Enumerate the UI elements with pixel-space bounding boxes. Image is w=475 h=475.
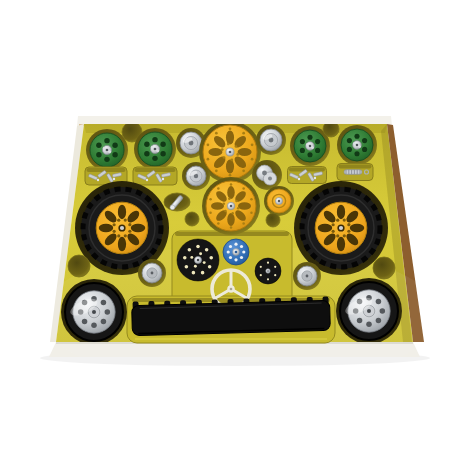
- empty-recess-3: [185, 212, 199, 226]
- road-wheel-left: [61, 279, 127, 345]
- empty-recess-4-detail: [266, 213, 280, 227]
- yellow-gear-large-1-detail: [226, 160, 234, 174]
- road-wheel-right: [336, 278, 402, 344]
- road-wheel-left-detail: [105, 309, 111, 315]
- green-pulley-2-detail: [154, 148, 157, 151]
- hardware-tray-spring-screws: [288, 167, 327, 184]
- kit-photo: [0, 0, 475, 475]
- big-tire-left-detail: [99, 224, 113, 232]
- green-pulley-2: [134, 128, 176, 170]
- green-pulley-3-detail: [309, 145, 312, 148]
- green-pulley-2-detail: [152, 137, 157, 142]
- hardware-tray-spring-detail: [339, 165, 372, 169]
- green-pulley-4-detail: [347, 138, 352, 143]
- gear-disc-blue-detail: [242, 250, 245, 253]
- gear-disc-blue-detail: [235, 251, 238, 254]
- flanged-disc-black-small-detail: [267, 262, 269, 264]
- big-tire-right-detail: [337, 205, 345, 219]
- green-pulley-3-detail: [307, 135, 312, 140]
- yellow-gear-large-2-detail: [227, 186, 235, 199]
- flanged-disc-black-large-detail: [203, 261, 206, 264]
- yellow-pulley-small-detail: [278, 200, 280, 202]
- hardware-tray-screws-detail: [113, 178, 115, 180]
- big-tire-right-detail: [343, 219, 346, 222]
- yellow-gear-large-1-detail: [238, 148, 252, 156]
- yellow-gear-large-1-detail: [242, 132, 245, 135]
- hardware-tray-spring-detail: [344, 170, 362, 175]
- road-wheel-right-detail: [376, 318, 382, 324]
- steering-wheel-detail: [230, 288, 233, 291]
- yellow-gear-large-1-detail: [207, 158, 210, 161]
- yellow-gear-large-2-detail: [223, 203, 226, 206]
- road-wheel-left-detail: [101, 319, 107, 325]
- gear-disc-blue-detail: [240, 256, 243, 259]
- big-tire-right-detail: [347, 230, 350, 233]
- road-wheel-right-detail: [357, 318, 363, 324]
- big-tire-right-detail: [347, 223, 350, 226]
- road-wheel-left-detail: [92, 310, 96, 314]
- yellow-gear-large-2-detail: [238, 202, 251, 210]
- empty-recess-6-detail: [373, 257, 395, 279]
- yellow-gear-large-1-detail: [208, 148, 222, 156]
- flanged-disc-black-large-detail: [205, 248, 209, 252]
- flanged-disc-black-small-detail: [274, 274, 276, 276]
- big-tire-left-detail: [113, 230, 116, 233]
- green-pulley-4: [337, 125, 377, 165]
- photo-stage: [0, 0, 475, 475]
- hardware-tray-spring: [337, 164, 373, 181]
- green-pulley-1-detail: [104, 157, 109, 162]
- green-pulley-2-detail: [152, 156, 157, 161]
- green-pulley-1-detail: [112, 152, 117, 157]
- yellow-gear-large-1-detail: [242, 169, 245, 172]
- big-tire-left-detail: [131, 224, 145, 232]
- green-pulley-4-detail: [356, 144, 359, 147]
- green-pulley-2-detail: [144, 142, 149, 147]
- big-tire-left-detail: [128, 223, 131, 226]
- empty-recess-6: [373, 257, 395, 279]
- big-tire-left-detail: [124, 219, 127, 222]
- green-pulley-3-detail: [300, 139, 305, 144]
- axle-pin-detail: [170, 205, 175, 210]
- yellow-gear-large-1-detail: [227, 143, 230, 146]
- green-pulley-3-detail: [307, 152, 312, 157]
- silver-pulley-right: [293, 262, 321, 290]
- green-pulley-4-detail: [347, 147, 352, 152]
- big-tire-left-detail: [117, 234, 120, 237]
- gear-disc-blue-detail: [234, 258, 237, 261]
- yellow-gear-large-2-detail: [235, 200, 238, 203]
- road-wheel-right-detail: [367, 309, 371, 313]
- road-wheel-right-detail: [380, 308, 386, 314]
- empty-recess-4: [266, 213, 280, 227]
- gear-disc-blue-detail: [227, 250, 230, 253]
- green-pulley-3-detail: [315, 139, 320, 144]
- flanged-disc-black-large-detail: [188, 248, 192, 252]
- yellow-gear-large-1-detail: [215, 132, 218, 135]
- green-pulley-1-detail: [104, 138, 109, 143]
- hardware-tray-clips-detail: [135, 168, 176, 172]
- yellow-gear-large-1-detail: [221, 148, 224, 151]
- yellow-gear-large-2-detail: [217, 222, 220, 225]
- yellow-pulley-small: [264, 186, 294, 216]
- flanged-disc-black-large-detail: [196, 245, 200, 249]
- yellow-gear-large-2-detail: [217, 187, 220, 190]
- gear-disc-blue-detail: [229, 245, 232, 248]
- yellow-gear-large-2-detail: [224, 210, 227, 213]
- big-tire-right-detail: [336, 219, 339, 222]
- big-tire-left-detail: [128, 230, 131, 233]
- yellow-gear-large-1-detail: [226, 130, 234, 144]
- hardware-tray-clips: [133, 167, 177, 185]
- big-tire-right-detail: [332, 223, 335, 226]
- green-pulley-3-detail: [315, 148, 320, 153]
- flanged-disc-black-large-detail: [209, 256, 213, 260]
- green-pulley-2-detail: [144, 151, 149, 156]
- road-wheel-right-detail: [366, 322, 372, 328]
- yellow-gear-large-2-detail: [230, 226, 233, 229]
- silver-pulley-left-detail: [151, 272, 154, 275]
- hardware-tray-clips-detail: [162, 178, 164, 180]
- empty-recess-3-detail: [185, 212, 199, 226]
- hardware-tray-screws-detail: [87, 168, 126, 172]
- road-wheel-left-detail: [82, 319, 88, 325]
- silver-pulley-left: [138, 259, 166, 287]
- yellow-gear-large-2: [202, 177, 260, 235]
- road-wheel-right-detail: [376, 299, 382, 305]
- flanged-disc-black-large-detail: [192, 271, 196, 275]
- yellow-gear-large-1-detail: [223, 156, 226, 159]
- yellow-gear-large-2-detail: [237, 207, 240, 210]
- green-pulley-3-detail: [300, 148, 305, 153]
- big-tire-right-detail: [336, 234, 339, 237]
- big-tire-right-detail: [337, 237, 345, 251]
- silver-pulley-right-detail: [306, 275, 309, 278]
- flanged-disc-black-large-detail: [201, 271, 205, 275]
- silver-nuts-detail: [268, 177, 272, 181]
- yellow-gear-large-1-detail: [215, 169, 218, 172]
- yellow-gear-large-2-detail: [230, 205, 233, 208]
- flanged-disc-black-large-detail: [185, 265, 189, 269]
- yellow-gear-large-1-detail: [207, 143, 210, 146]
- big-tire-left-detail: [118, 237, 126, 251]
- flanged-disc-black-small-detail: [267, 278, 269, 280]
- gear-disc-blue-detail: [240, 245, 243, 248]
- road-wheel-left-detail: [91, 323, 97, 329]
- yellow-gear-large-2-detail: [209, 211, 212, 214]
- green-pulley-4-detail: [354, 151, 359, 156]
- yellow-gear-large-1-detail: [229, 174, 232, 177]
- yellow-gear-large-1-detail: [236, 153, 239, 156]
- flanged-disc-black-small-detail: [267, 270, 269, 272]
- big-tire-right-detail: [343, 234, 346, 237]
- flanged-disc-black-small-detail: [260, 274, 262, 276]
- green-pulley-1: [86, 129, 128, 171]
- flanged-disc-black-large-detail: [208, 265, 212, 269]
- big-tire-right-detail: [318, 224, 332, 232]
- hardware-tray-screws-detail: [97, 179, 99, 181]
- silver-nuts: [252, 160, 282, 190]
- flanged-disc-black-small-detail: [260, 266, 262, 268]
- big-tire-left-detail: [124, 234, 127, 237]
- hardware-tray-clips-detail: [146, 179, 148, 181]
- hardware-tray-spring-screws-detail: [298, 178, 300, 180]
- yellow-gear-large-2-detail: [242, 222, 245, 225]
- yellow-gear-large-1-detail: [229, 151, 232, 154]
- gear-disc-blue-detail: [234, 243, 237, 246]
- flanged-disc-black-large-detail: [190, 256, 193, 259]
- hardware-tray-spring-screws-detail: [314, 177, 316, 179]
- road-wheel-left-detail: [101, 300, 107, 306]
- silver-hub-3: [182, 162, 210, 190]
- big-tire-right-detail: [332, 230, 335, 233]
- silver-hub-2: [256, 125, 286, 155]
- gear-disc-blue-detail: [229, 256, 232, 259]
- green-pulley-2-detail: [160, 142, 165, 147]
- yellow-gear-large-1-detail: [251, 158, 254, 161]
- green-pulley-1-detail: [112, 143, 117, 148]
- green-pulley-1-detail: [96, 143, 101, 148]
- silver-nuts-detail: [262, 171, 267, 176]
- parts-layer: [61, 121, 402, 345]
- green-pulley-4-detail: [354, 134, 359, 139]
- green-pulley-4-detail: [362, 147, 367, 152]
- big-tire-right: [294, 181, 388, 275]
- empty-recess-5: [68, 255, 90, 277]
- yellow-gear-large-2-detail: [250, 198, 253, 201]
- big-tire-right-detail: [339, 226, 343, 230]
- flanged-disc-black-small-detail: [274, 266, 276, 268]
- green-pulley-4-detail: [362, 138, 367, 143]
- yellow-gear-large-2-detail: [209, 198, 212, 201]
- yellow-gear-large-2-detail: [242, 187, 245, 190]
- yellow-gear-large-1-detail: [251, 143, 254, 146]
- flanged-disc-black-large-detail: [199, 252, 202, 255]
- yellow-gear-large-1-detail: [229, 127, 232, 130]
- flanged-disc-black-large: [177, 239, 219, 281]
- yellow-gear-large-2-detail: [250, 211, 253, 214]
- flanged-disc-black-large-detail: [194, 265, 197, 268]
- yellow-gear-large-2-detail: [230, 183, 233, 186]
- yellow-gear-large-2-detail: [211, 202, 224, 210]
- green-pulley-1-detail: [96, 152, 101, 157]
- big-tire-left-detail: [117, 219, 120, 222]
- gear-disc-blue: [223, 239, 249, 265]
- yellow-gear-large-2-detail: [231, 212, 234, 215]
- green-pulley-2-detail: [160, 151, 165, 156]
- empty-recess-5-detail: [68, 255, 90, 277]
- big-tire-left-detail: [113, 223, 116, 226]
- green-pulley-1-detail: [106, 149, 109, 152]
- big-tire-left-detail: [118, 205, 126, 219]
- flanged-disc-black-small: [255, 258, 281, 284]
- big-tire-left-detail: [120, 226, 124, 230]
- flanged-disc-black-large-detail: [183, 256, 187, 260]
- yellow-gear-large-2-detail: [227, 213, 235, 226]
- flanged-disc-black-large-detail: [197, 259, 200, 262]
- yellow-gear-large-2-detail: [228, 197, 231, 200]
- axle-pin: [164, 193, 190, 211]
- big-tire-right-detail: [350, 224, 364, 232]
- yellow-gear-large-1-detail: [235, 145, 238, 148]
- yellow-gear-large-1-detail: [230, 159, 233, 162]
